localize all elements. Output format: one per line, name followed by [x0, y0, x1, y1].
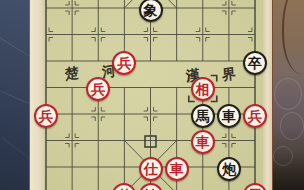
- xiangqi-screenshot: 楚河漢界象兵卒兵相兵馬車兵車仕車炮仕帥馬: [0, 0, 304, 190]
- piece-red-soldier[interactable]: 兵: [243, 104, 267, 128]
- piece-character: 象: [144, 3, 158, 17]
- piece-character: 兵: [39, 109, 53, 123]
- piece-red-soldier[interactable]: 兵: [112, 51, 136, 75]
- piece-character: 帥: [144, 188, 158, 190]
- piece-character: 馬: [196, 109, 210, 123]
- piece-character: 馬: [248, 188, 262, 190]
- piece-character: 車: [222, 109, 236, 123]
- piece-character: 車: [196, 135, 210, 149]
- piece-black-horse[interactable]: 馬: [191, 104, 215, 128]
- piece-character: 卒: [248, 56, 262, 70]
- piece-red-advisor[interactable]: 仕: [139, 157, 163, 181]
- piece-character: 仕: [117, 188, 131, 190]
- piece-black-chariot[interactable]: 車: [217, 104, 241, 128]
- piece-character: 炮: [222, 162, 236, 176]
- piece-red-elephant[interactable]: 相: [191, 77, 215, 101]
- river-label: 楚: [64, 64, 79, 84]
- piece-red-soldier[interactable]: 兵: [34, 104, 58, 128]
- piece-red-chariot[interactable]: 車: [191, 130, 215, 154]
- piece-black-elephant[interactable]: 象: [139, 0, 163, 22]
- piece-black-soldier[interactable]: 卒: [243, 51, 267, 75]
- piece-character: 兵: [117, 56, 131, 70]
- piece-character: 車: [170, 162, 184, 176]
- piece-character: 兵: [248, 109, 262, 123]
- river-label: 界: [221, 65, 236, 85]
- piece-black-cannon[interactable]: 炮: [217, 157, 241, 181]
- piece-character: 仕: [144, 162, 158, 176]
- piece-character: 相: [196, 82, 210, 96]
- piece-character: 兵: [91, 82, 105, 96]
- piece-red-chariot[interactable]: 車: [165, 157, 189, 181]
